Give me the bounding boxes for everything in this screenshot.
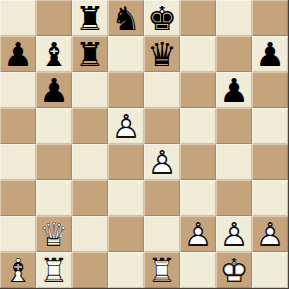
square-e6[interactable] bbox=[144, 72, 180, 108]
square-b7[interactable]: ♝ bbox=[36, 36, 72, 72]
square-g6[interactable]: ♟ bbox=[216, 72, 252, 108]
square-f5[interactable] bbox=[180, 108, 216, 144]
piece-white-bishop[interactable]: ♗ bbox=[0, 252, 36, 288]
square-e4[interactable]: ♟♙ bbox=[144, 144, 180, 180]
square-a8[interactable] bbox=[0, 0, 36, 36]
square-e8[interactable]: ♚ bbox=[144, 0, 180, 36]
square-d3[interactable] bbox=[108, 180, 144, 216]
piece-white-pawn-fill: ♟ bbox=[252, 216, 288, 252]
square-h1[interactable] bbox=[252, 252, 288, 288]
piece-white-queen[interactable]: ♕ bbox=[36, 216, 72, 252]
piece-white-rook[interactable]: ♖ bbox=[36, 252, 72, 288]
square-f4[interactable] bbox=[180, 144, 216, 180]
piece-white-pawn[interactable]: ♙ bbox=[216, 216, 252, 252]
square-d8[interactable]: ♞ bbox=[108, 0, 144, 36]
square-h2[interactable]: ♟♙ bbox=[252, 216, 288, 252]
square-h7[interactable]: ♟ bbox=[252, 36, 288, 72]
square-h5[interactable] bbox=[252, 108, 288, 144]
square-a6[interactable] bbox=[0, 72, 36, 108]
piece-black-rook[interactable]: ♜ bbox=[72, 0, 108, 36]
square-d5[interactable]: ♟♙ bbox=[108, 108, 144, 144]
square-e2[interactable] bbox=[144, 216, 180, 252]
square-h4[interactable] bbox=[252, 144, 288, 180]
square-d7[interactable] bbox=[108, 36, 144, 72]
square-g4[interactable] bbox=[216, 144, 252, 180]
square-g2[interactable]: ♟♙ bbox=[216, 216, 252, 252]
square-c5[interactable] bbox=[72, 108, 108, 144]
square-g7[interactable] bbox=[216, 36, 252, 72]
piece-black-queen[interactable]: ♛ bbox=[144, 36, 180, 72]
piece-black-king[interactable]: ♚ bbox=[144, 0, 180, 36]
square-a7[interactable]: ♟ bbox=[0, 36, 36, 72]
square-f7[interactable] bbox=[180, 36, 216, 72]
square-a1[interactable]: ♝♗ bbox=[0, 252, 36, 288]
square-d2[interactable] bbox=[108, 216, 144, 252]
square-c2[interactable] bbox=[72, 216, 108, 252]
square-a4[interactable] bbox=[0, 144, 36, 180]
square-b6[interactable]: ♟ bbox=[36, 72, 72, 108]
piece-white-pawn-fill: ♟ bbox=[216, 216, 252, 252]
square-b4[interactable] bbox=[36, 144, 72, 180]
piece-white-king[interactable]: ♔ bbox=[216, 252, 252, 288]
square-g5[interactable] bbox=[216, 108, 252, 144]
square-b1[interactable]: ♜♖ bbox=[36, 252, 72, 288]
piece-white-king-fill: ♚ bbox=[216, 252, 252, 288]
piece-black-bishop[interactable]: ♝ bbox=[36, 36, 72, 72]
piece-black-knight[interactable]: ♞ bbox=[108, 0, 144, 36]
square-c1[interactable] bbox=[72, 252, 108, 288]
square-f3[interactable] bbox=[180, 180, 216, 216]
square-g1[interactable]: ♚♔ bbox=[216, 252, 252, 288]
piece-white-pawn[interactable]: ♙ bbox=[108, 108, 144, 144]
piece-white-pawn[interactable]: ♙ bbox=[180, 216, 216, 252]
square-f1[interactable] bbox=[180, 252, 216, 288]
piece-white-bishop-fill: ♝ bbox=[0, 252, 36, 288]
piece-white-rook-fill: ♜ bbox=[36, 252, 72, 288]
piece-white-pawn-fill: ♟ bbox=[144, 144, 180, 180]
square-e5[interactable] bbox=[144, 108, 180, 144]
square-d1[interactable] bbox=[108, 252, 144, 288]
piece-white-rook-fill: ♜ bbox=[144, 252, 180, 288]
piece-black-rook[interactable]: ♜ bbox=[72, 36, 108, 72]
piece-black-pawn[interactable]: ♟ bbox=[0, 36, 36, 72]
piece-black-pawn[interactable]: ♟ bbox=[36, 72, 72, 108]
square-a2[interactable] bbox=[0, 216, 36, 252]
piece-white-pawn-fill: ♟ bbox=[180, 216, 216, 252]
square-f2[interactable]: ♟♙ bbox=[180, 216, 216, 252]
square-g8[interactable] bbox=[216, 0, 252, 36]
piece-black-pawn[interactable]: ♟ bbox=[252, 36, 288, 72]
square-b5[interactable] bbox=[36, 108, 72, 144]
square-c4[interactable] bbox=[72, 144, 108, 180]
piece-black-pawn[interactable]: ♟ bbox=[216, 72, 252, 108]
square-b8[interactable] bbox=[36, 0, 72, 36]
chess-diagram: ♜♞♚♟♝♜♛♟♟♟♟♙♟♙♛♕♟♙♟♙♟♙♝♗♜♖♜♖♚♔ bbox=[0, 0, 289, 289]
piece-white-rook[interactable]: ♖ bbox=[144, 252, 180, 288]
square-c8[interactable]: ♜ bbox=[72, 0, 108, 36]
square-b3[interactable] bbox=[36, 180, 72, 216]
chess-board: ♜♞♚♟♝♜♛♟♟♟♟♙♟♙♛♕♟♙♟♙♟♙♝♗♜♖♜♖♚♔ bbox=[0, 0, 289, 289]
square-f8[interactable] bbox=[180, 0, 216, 36]
square-h6[interactable] bbox=[252, 72, 288, 108]
square-a5[interactable] bbox=[0, 108, 36, 144]
square-f6[interactable] bbox=[180, 72, 216, 108]
piece-white-queen-fill: ♛ bbox=[36, 216, 72, 252]
square-a3[interactable] bbox=[0, 180, 36, 216]
square-c6[interactable] bbox=[72, 72, 108, 108]
square-d4[interactable] bbox=[108, 144, 144, 180]
square-d6[interactable] bbox=[108, 72, 144, 108]
square-g3[interactable] bbox=[216, 180, 252, 216]
piece-white-pawn-fill: ♟ bbox=[108, 108, 144, 144]
square-e1[interactable]: ♜♖ bbox=[144, 252, 180, 288]
square-h8[interactable] bbox=[252, 0, 288, 36]
square-c7[interactable]: ♜ bbox=[72, 36, 108, 72]
square-e7[interactable]: ♛ bbox=[144, 36, 180, 72]
square-e3[interactable] bbox=[144, 180, 180, 216]
square-b2[interactable]: ♛♕ bbox=[36, 216, 72, 252]
square-h3[interactable] bbox=[252, 180, 288, 216]
square-c3[interactable] bbox=[72, 180, 108, 216]
piece-white-pawn[interactable]: ♙ bbox=[144, 144, 180, 180]
piece-white-pawn[interactable]: ♙ bbox=[252, 216, 288, 252]
